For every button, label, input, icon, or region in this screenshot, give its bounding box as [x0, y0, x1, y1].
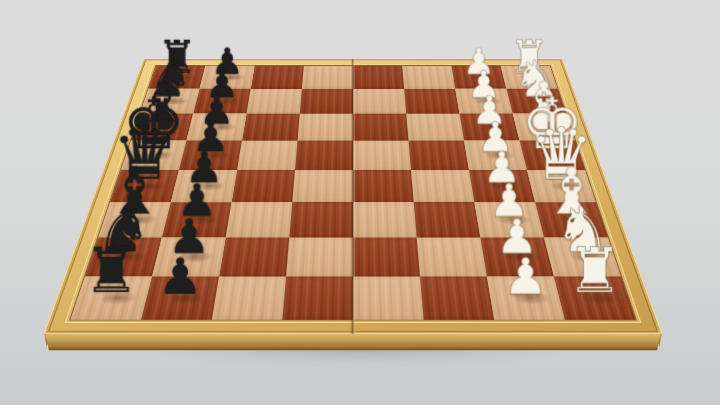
piece-shadow: [519, 96, 562, 106]
square-d8: ♛: [110, 170, 179, 202]
square-g5: [300, 89, 353, 114]
square-c8: ♝: [98, 202, 171, 237]
square-f4: [353, 114, 409, 141]
square-f1: ♝: [513, 114, 575, 141]
square-c1: ♝: [535, 202, 608, 237]
square-e4: [353, 141, 411, 170]
piece-shadow: [525, 121, 570, 132]
piece-shadow: [482, 179, 530, 193]
square-e1: ♚: [520, 141, 585, 170]
square-a8: ♜: [70, 276, 152, 319]
piece-shadow: [560, 249, 615, 265]
board-front-edge: [46, 334, 660, 350]
square-d7: ♟: [171, 170, 237, 202]
piece-shadow: [503, 289, 559, 307]
board-hinge-seam: [351, 59, 356, 334]
square-h7: ♟: [200, 66, 255, 89]
square-e8: ♚: [121, 141, 186, 170]
square-d5: [292, 170, 353, 202]
piece-shadow: [477, 149, 523, 161]
square-f8: ♝: [131, 114, 193, 141]
piece-shadow: [211, 72, 251, 82]
square-c2: ♟: [474, 202, 544, 237]
square-h4: [353, 66, 404, 89]
square-f5: [297, 114, 353, 141]
piece-shadow: [114, 212, 166, 227]
square-d4: [353, 170, 414, 202]
piece-shadow: [193, 149, 239, 161]
square-b8: ♞: [85, 238, 162, 277]
square-a2: ♟: [487, 276, 565, 319]
piece-shadow: [102, 249, 156, 265]
piece-shadow: [571, 289, 629, 307]
square-g3: [404, 89, 459, 114]
square-c6: [226, 202, 293, 237]
square-d6: [232, 170, 295, 202]
piece-shadow: [89, 289, 147, 307]
square-a7: ♟: [141, 276, 219, 319]
piece-shadow: [125, 179, 174, 193]
square-a6: [212, 276, 286, 319]
piece-shadow: [550, 212, 602, 227]
square-f3: [406, 114, 464, 141]
piece-shadow: [199, 121, 243, 132]
piece-shadow: [472, 121, 516, 132]
piece-shadow: [135, 149, 182, 161]
square-b4: [353, 238, 420, 277]
square-d3: [411, 170, 474, 202]
square-g6: [247, 89, 302, 114]
square-b7: ♟: [152, 238, 226, 277]
square-h2: ♟: [451, 66, 506, 89]
square-a1: ♜: [554, 276, 636, 319]
square-a4: [353, 276, 424, 319]
square-d1: ♛: [527, 170, 596, 202]
square-e5: [295, 141, 353, 170]
piece-shadow: [488, 212, 539, 227]
square-g1: ♞: [506, 89, 566, 114]
piece-shadow: [158, 289, 214, 307]
piece-shadow: [462, 72, 502, 82]
square-c5: [289, 202, 353, 237]
piece-shadow: [533, 149, 580, 161]
square-b2: ♟: [480, 238, 554, 277]
square-c4: [353, 202, 417, 237]
square-b5: [286, 238, 353, 277]
square-h1: ♜: [501, 66, 558, 89]
square-g8: ♞: [140, 89, 200, 114]
piece-shadow: [161, 72, 202, 82]
square-a5: [282, 276, 353, 319]
piece-shadow: [153, 96, 196, 106]
square-b3: [417, 238, 487, 277]
square-h5: [302, 66, 353, 89]
square-c7: ♟: [162, 202, 232, 237]
square-f7: ♟: [186, 114, 246, 141]
square-b1: ♞: [544, 238, 621, 277]
square-e3: [409, 141, 469, 170]
chess-board: ♜♟♟♜♞♟♟♞♝♟♟♝♚♟♟♚♛♟♟♛♝♟♟♝♞♟♟♞♜♟♟♜: [43, 59, 662, 334]
piece-shadow: [512, 72, 553, 82]
square-e2: ♟: [464, 141, 527, 170]
piece-shadow: [177, 212, 227, 227]
square-h8: ♜: [148, 66, 205, 89]
square-g2: ♟: [455, 89, 512, 114]
square-g4: [353, 89, 406, 114]
piece-shadow: [168, 249, 221, 265]
square-d2: ♟: [469, 170, 535, 202]
square-f6: [242, 114, 300, 141]
square-c3: [414, 202, 481, 237]
square-e6: [237, 141, 297, 170]
piece-shadow: [185, 179, 233, 193]
piece-shadow: [206, 96, 248, 106]
square-f2: ♟: [459, 114, 519, 141]
piece-shadow: [467, 96, 509, 106]
square-e7: ♟: [179, 141, 242, 170]
viewer-canvas[interactable]: ♜♟♟♜♞♟♟♞♝♟♟♝♚♟♟♚♛♟♟♛♝♟♟♝♞♟♟♞♜♟♟♜: [0, 0, 720, 405]
square-a3: [420, 276, 494, 319]
square-b6: [219, 238, 289, 277]
square-h3: [402, 66, 455, 89]
piece-shadow: [541, 179, 590, 193]
piece-shadow: [495, 249, 548, 265]
square-g7: ♟: [193, 89, 250, 114]
piece-shadow: [145, 121, 190, 132]
square-h6: [251, 66, 304, 89]
